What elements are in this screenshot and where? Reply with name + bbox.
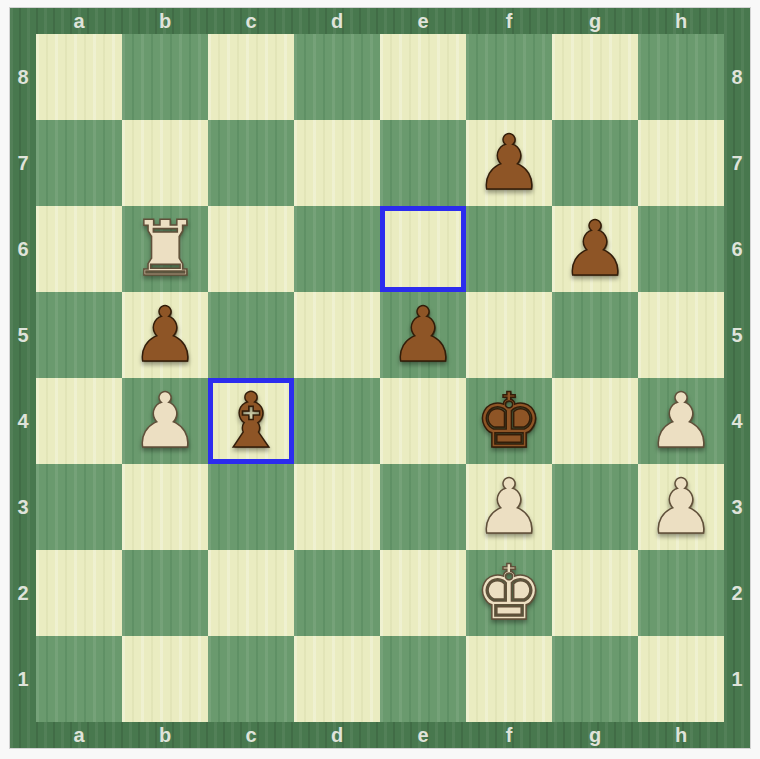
square-b3[interactable]: [122, 464, 208, 550]
square-a4[interactable]: [36, 378, 122, 464]
file-label-f: f: [466, 8, 552, 34]
file-label-h: h: [638, 8, 724, 34]
rank-labels-right: 87654321: [724, 34, 750, 722]
square-b2[interactable]: [122, 550, 208, 636]
rank-label-4: 4: [724, 378, 750, 464]
rank-labels-left: 87654321: [10, 34, 36, 722]
square-h7[interactable]: [638, 120, 724, 206]
rank-label-5: 5: [724, 292, 750, 378]
rank-label-7: 7: [10, 120, 36, 206]
square-f2[interactable]: ♚: [466, 550, 552, 636]
square-e2[interactable]: [380, 550, 466, 636]
piece-black-pawn[interactable]: ♟: [131, 292, 199, 378]
square-b7[interactable]: [122, 120, 208, 206]
piece-black-king[interactable]: ♚: [475, 378, 543, 464]
square-d4[interactable]: [294, 378, 380, 464]
square-g1[interactable]: [552, 636, 638, 722]
piece-white-pawn[interactable]: ♟: [475, 464, 543, 550]
square-e7[interactable]: [380, 120, 466, 206]
square-f3[interactable]: ♟: [466, 464, 552, 550]
square-c5[interactable]: [208, 292, 294, 378]
rank-label-8: 8: [10, 34, 36, 120]
rank-label-5: 5: [10, 292, 36, 378]
file-label-b: b: [122, 8, 208, 34]
square-g8[interactable]: [552, 34, 638, 120]
file-label-g: g: [552, 722, 638, 748]
piece-white-pawn[interactable]: ♟: [647, 464, 715, 550]
square-a5[interactable]: [36, 292, 122, 378]
square-f8[interactable]: [466, 34, 552, 120]
square-a3[interactable]: [36, 464, 122, 550]
piece-black-pawn[interactable]: ♟: [475, 120, 543, 206]
file-label-a: a: [36, 722, 122, 748]
piece-white-pawn[interactable]: ♟: [647, 378, 715, 464]
chess-board: abcdefgh abcdefgh 87654321 87654321 ♟♜♟♟…: [10, 8, 750, 748]
square-c1[interactable]: [208, 636, 294, 722]
square-c3[interactable]: [208, 464, 294, 550]
square-g5[interactable]: [552, 292, 638, 378]
square-e3[interactable]: [380, 464, 466, 550]
square-h4[interactable]: ♟: [638, 378, 724, 464]
square-c8[interactable]: [208, 34, 294, 120]
square-g6[interactable]: ♟: [552, 206, 638, 292]
rank-label-6: 6: [724, 206, 750, 292]
square-b1[interactable]: [122, 636, 208, 722]
square-h5[interactable]: [638, 292, 724, 378]
square-e4[interactable]: [380, 378, 466, 464]
square-b5[interactable]: ♟: [122, 292, 208, 378]
file-labels-bottom: abcdefgh: [36, 722, 724, 748]
square-a6[interactable]: [36, 206, 122, 292]
square-g7[interactable]: [552, 120, 638, 206]
square-d3[interactable]: [294, 464, 380, 550]
file-label-e: e: [380, 722, 466, 748]
rank-label-3: 3: [10, 464, 36, 550]
piece-black-bishop[interactable]: ♝: [217, 378, 285, 464]
square-d6[interactable]: [294, 206, 380, 292]
square-f6[interactable]: [466, 206, 552, 292]
square-d5[interactable]: [294, 292, 380, 378]
square-f1[interactable]: [466, 636, 552, 722]
file-label-h: h: [638, 722, 724, 748]
square-g3[interactable]: [552, 464, 638, 550]
square-e8[interactable]: [380, 34, 466, 120]
square-g2[interactable]: [552, 550, 638, 636]
square-e6[interactable]: [380, 206, 466, 292]
rank-label-8: 8: [724, 34, 750, 120]
square-f7[interactable]: ♟: [466, 120, 552, 206]
file-label-a: a: [36, 8, 122, 34]
file-label-f: f: [466, 722, 552, 748]
square-d8[interactable]: [294, 34, 380, 120]
square-h6[interactable]: [638, 206, 724, 292]
square-c7[interactable]: [208, 120, 294, 206]
rank-label-6: 6: [10, 206, 36, 292]
square-h3[interactable]: ♟: [638, 464, 724, 550]
square-e1[interactable]: [380, 636, 466, 722]
file-label-b: b: [122, 722, 208, 748]
square-a2[interactable]: [36, 550, 122, 636]
rank-label-2: 2: [724, 550, 750, 636]
square-a7[interactable]: [36, 120, 122, 206]
piece-white-king[interactable]: ♚: [475, 550, 543, 636]
square-h1[interactable]: [638, 636, 724, 722]
file-label-d: d: [294, 722, 380, 748]
file-label-c: c: [208, 8, 294, 34]
rank-label-1: 1: [724, 636, 750, 722]
square-c4[interactable]: ♝: [208, 378, 294, 464]
piece-white-pawn[interactable]: ♟: [131, 378, 199, 464]
square-e5[interactable]: ♟: [380, 292, 466, 378]
piece-white-rook[interactable]: ♜: [131, 206, 199, 292]
square-g4[interactable]: [552, 378, 638, 464]
square-f4[interactable]: ♚: [466, 378, 552, 464]
piece-black-pawn[interactable]: ♟: [389, 292, 457, 378]
square-a8[interactable]: [36, 34, 122, 120]
file-label-c: c: [208, 722, 294, 748]
square-f5[interactable]: [466, 292, 552, 378]
square-d7[interactable]: [294, 120, 380, 206]
file-label-g: g: [552, 8, 638, 34]
file-label-d: d: [294, 8, 380, 34]
square-d2[interactable]: [294, 550, 380, 636]
square-a1[interactable]: [36, 636, 122, 722]
square-h8[interactable]: [638, 34, 724, 120]
rank-label-3: 3: [724, 464, 750, 550]
rank-label-1: 1: [10, 636, 36, 722]
board-grid: ♟♜♟♟♟♟♝♚♟♟♟♚: [36, 34, 724, 722]
square-d1[interactable]: [294, 636, 380, 722]
square-b4[interactable]: ♟: [122, 378, 208, 464]
rank-label-7: 7: [724, 120, 750, 206]
square-b8[interactable]: [122, 34, 208, 120]
file-labels-top: abcdefgh: [36, 8, 724, 34]
square-b6[interactable]: ♜: [122, 206, 208, 292]
rank-label-2: 2: [10, 550, 36, 636]
square-c6[interactable]: [208, 206, 294, 292]
piece-black-pawn[interactable]: ♟: [561, 206, 629, 292]
file-label-e: e: [380, 8, 466, 34]
square-h2[interactable]: [638, 550, 724, 636]
rank-label-4: 4: [10, 378, 36, 464]
square-c2[interactable]: [208, 550, 294, 636]
